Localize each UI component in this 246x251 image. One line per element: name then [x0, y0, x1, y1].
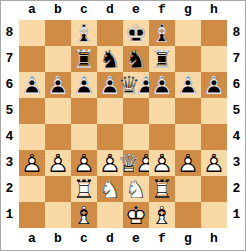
- white-pawn-glyph-fill: ♟: [71, 150, 97, 176]
- square-b3: ♟♙: [45, 150, 71, 176]
- white-knight-glyph-outline: ♘: [97, 176, 123, 202]
- square-d8: [97, 20, 123, 46]
- black-pawn-glyph-outline: ♙: [175, 72, 201, 98]
- file-label-e: e: [123, 229, 149, 249]
- white-pawn-glyph-outline: ♙: [19, 150, 45, 176]
- black-pawn: ♟♙: [201, 72, 227, 98]
- black-pawn-glyph-fill: ♟: [19, 72, 45, 98]
- white-pawn-glyph-fill: ♟: [201, 150, 227, 176]
- rank-labels-left: 87654321: [1, 20, 18, 228]
- square-h3: ♟♙: [201, 150, 227, 176]
- white-pawn: ♟♙: [19, 150, 45, 176]
- square-g3: ♟♙: [175, 150, 201, 176]
- chess-diagram: abcdefgh 87654321 87654321 abcdefgh ♝♗♚♔…: [0, 0, 246, 251]
- black-pawn: ♟♙: [45, 72, 71, 98]
- white-rook-glyph-fill: ♜: [149, 176, 175, 202]
- rank-label-7: 7: [228, 46, 245, 72]
- square-b6: ♟♙: [45, 72, 71, 98]
- square-g1: [175, 202, 201, 228]
- square-e4: [123, 124, 149, 150]
- rank-label-8: 8: [228, 20, 245, 46]
- rank-label-5: 5: [1, 98, 18, 124]
- white-rook-glyph-fill: ♜: [71, 176, 97, 202]
- square-e1: ♚♔: [123, 202, 149, 228]
- rank-label-1: 1: [1, 202, 18, 228]
- square-e8: ♚♔: [123, 20, 149, 46]
- black-bishop-glyph-fill: ♝: [71, 20, 97, 46]
- black-pawn-glyph-fill: ♟: [149, 72, 175, 98]
- white-rook-glyph-outline: ♖: [71, 176, 97, 202]
- rank-label-2: 2: [228, 176, 245, 202]
- black-bishop-glyph-fill: ♝: [149, 20, 175, 46]
- white-pawn-glyph-outline: ♙: [201, 150, 227, 176]
- square-h4: [201, 124, 227, 150]
- file-label-a: a: [19, 1, 45, 19]
- black-pawn: ♟♙: [19, 72, 45, 98]
- square-e3: ♛♕♟♙: [123, 150, 149, 176]
- square-c1: ♝♗: [71, 202, 97, 228]
- square-c7: ♜♖: [71, 46, 97, 72]
- square-g4: [175, 124, 201, 150]
- white-pawn: ♟♙: [149, 150, 175, 176]
- file-labels-bottom: abcdefgh: [19, 229, 227, 249]
- square-f7: ♜♖: [149, 46, 175, 72]
- square-e2: ♞♘: [123, 176, 149, 202]
- black-pawn-glyph-outline: ♙: [149, 72, 175, 98]
- black-knight-glyph-fill: ♞: [123, 46, 149, 72]
- white-rook: ♜♖: [71, 176, 97, 202]
- square-b2: [45, 176, 71, 202]
- black-pawn: ♟♙: [71, 72, 97, 98]
- black-rook: ♜♖: [149, 46, 175, 72]
- square-d7: ♞♘: [97, 46, 123, 72]
- square-b7: [45, 46, 71, 72]
- square-a4: [19, 124, 45, 150]
- black-pawn: ♟♙: [175, 72, 201, 98]
- square-f5: [149, 98, 175, 124]
- square-a8: [19, 20, 45, 46]
- square-c2: ♜♖: [71, 176, 97, 202]
- rank-label-4: 4: [228, 124, 245, 150]
- white-bishop-glyph-fill: ♝: [149, 202, 175, 228]
- rank-label-8: 8: [1, 20, 18, 46]
- square-f2: ♜♖: [149, 176, 175, 202]
- square-h5: [201, 98, 227, 124]
- white-rook: ♜♖: [149, 176, 175, 202]
- square-d4: [97, 124, 123, 150]
- white-knight: ♞♘: [123, 176, 149, 202]
- file-label-d: d: [97, 1, 123, 19]
- rank-label-2: 2: [1, 176, 18, 202]
- square-b4: [45, 124, 71, 150]
- white-pawn: ♟♙: [175, 150, 201, 176]
- rank-label-6: 6: [1, 72, 18, 98]
- square-d1: [97, 202, 123, 228]
- square-g7: [175, 46, 201, 72]
- white-bishop-glyph-outline: ♗: [71, 202, 97, 228]
- black-pawn-glyph-outline: ♙: [201, 72, 227, 98]
- white-knight-glyph-fill: ♞: [123, 176, 149, 202]
- rank-label-3: 3: [228, 150, 245, 176]
- black-knight: ♞♘: [123, 46, 149, 72]
- white-pawn-glyph-outline: ♙: [149, 150, 175, 176]
- black-rook-glyph-outline: ♖: [149, 46, 175, 72]
- file-label-c: c: [71, 229, 97, 249]
- black-bishop-glyph-outline: ♗: [149, 20, 175, 46]
- white-knight: ♞♘: [97, 176, 123, 202]
- square-e7: ♞♘: [123, 46, 149, 72]
- file-label-h: h: [201, 229, 227, 249]
- white-pawn-glyph-outline: ♙: [45, 150, 71, 176]
- black-pawn-glyph-fill: ♟: [71, 72, 97, 98]
- square-c5: [71, 98, 97, 124]
- square-f1: ♝♗: [149, 202, 175, 228]
- white-king-glyph-fill: ♚: [123, 202, 149, 228]
- white-pawn-glyph-fill: ♟: [19, 150, 45, 176]
- chess-board: ♝♗♚♔♝♗♜♖♞♘♞♘♜♖♟♙♟♙♟♙♟♙♛♕♟♙♟♙♟♙♟♙♟♙♟♙♟♙♟♙…: [19, 20, 227, 228]
- white-pawn-glyph-outline: ♙: [71, 150, 97, 176]
- white-pawn-glyph-outline: ♙: [175, 150, 201, 176]
- black-pawn: ♟♙: [149, 72, 175, 98]
- square-c4: [71, 124, 97, 150]
- square-h7: [201, 46, 227, 72]
- black-king-glyph-outline: ♔: [123, 20, 149, 46]
- square-e5: [123, 98, 149, 124]
- white-bishop-glyph-fill: ♝: [71, 202, 97, 228]
- white-knight-glyph-fill: ♞: [97, 176, 123, 202]
- square-a6: ♟♙: [19, 72, 45, 98]
- white-bishop-glyph-outline: ♗: [149, 202, 175, 228]
- square-d2: ♞♘: [97, 176, 123, 202]
- white-bishop: ♝♗: [149, 202, 175, 228]
- black-pawn-glyph-outline: ♙: [45, 72, 71, 98]
- black-rook-glyph-outline: ♖: [71, 46, 97, 72]
- file-label-f: f: [149, 1, 175, 19]
- white-rook-glyph-outline: ♖: [149, 176, 175, 202]
- square-h6: ♟♙: [201, 72, 227, 98]
- black-rook-glyph-fill: ♜: [71, 46, 97, 72]
- white-pawn: ♟♙: [71, 150, 97, 176]
- black-knight: ♞♘: [97, 46, 123, 72]
- square-h2: [201, 176, 227, 202]
- square-d5: [97, 98, 123, 124]
- white-pawn: ♟♙: [201, 150, 227, 176]
- square-a5: [19, 98, 45, 124]
- black-knight-glyph-outline: ♘: [97, 46, 123, 72]
- file-label-f: f: [149, 229, 175, 249]
- black-pawn-glyph-outline: ♙: [71, 72, 97, 98]
- rank-label-1: 1: [228, 202, 245, 228]
- square-b5: [45, 98, 71, 124]
- file-label-c: c: [71, 1, 97, 19]
- square-f8: ♝♗: [149, 20, 175, 46]
- rank-labels-right: 87654321: [228, 20, 245, 228]
- square-g5: [175, 98, 201, 124]
- black-bishop-glyph-outline: ♗: [71, 20, 97, 46]
- square-g6: ♟♙: [175, 72, 201, 98]
- square-b8: [45, 20, 71, 46]
- square-c3: ♟♙: [71, 150, 97, 176]
- square-h1: [201, 202, 227, 228]
- black-pawn-glyph-fill: ♟: [201, 72, 227, 98]
- white-king-glyph-outline: ♔: [123, 202, 149, 228]
- white-pawn-glyph-fill: ♟: [149, 150, 175, 176]
- rank-label-6: 6: [228, 72, 245, 98]
- square-a7: [19, 46, 45, 72]
- square-b1: [45, 202, 71, 228]
- black-king: ♚♔: [123, 20, 149, 46]
- rank-label-5: 5: [228, 98, 245, 124]
- white-pawn: ♟♙: [45, 150, 71, 176]
- square-a2: [19, 176, 45, 202]
- black-king-glyph-fill: ♚: [123, 20, 149, 46]
- file-label-a: a: [19, 229, 45, 249]
- black-rook-glyph-fill: ♜: [149, 46, 175, 72]
- file-label-b: b: [45, 229, 71, 249]
- black-knight-glyph-outline: ♘: [123, 46, 149, 72]
- white-bishop: ♝♗: [71, 202, 97, 228]
- square-f3: ♟♙: [149, 150, 175, 176]
- file-label-g: g: [175, 229, 201, 249]
- file-labels-top: abcdefgh: [19, 1, 227, 19]
- white-pawn-glyph-fill: ♟: [45, 150, 71, 176]
- square-a3: ♟♙: [19, 150, 45, 176]
- file-label-e: e: [123, 1, 149, 19]
- rank-label-4: 4: [1, 124, 18, 150]
- square-f6: ♟♙: [149, 72, 175, 98]
- black-pawn-glyph-outline: ♙: [19, 72, 45, 98]
- square-c8: ♝♗: [71, 20, 97, 46]
- file-label-h: h: [201, 1, 227, 19]
- file-label-d: d: [97, 229, 123, 249]
- rank-label-7: 7: [1, 46, 18, 72]
- black-pawn-glyph-fill: ♟: [45, 72, 71, 98]
- white-king: ♚♔: [123, 202, 149, 228]
- black-pawn-glyph-fill: ♟: [175, 72, 201, 98]
- square-a1: [19, 202, 45, 228]
- file-label-g: g: [175, 1, 201, 19]
- square-e6: ♛♕♟♙: [123, 72, 149, 98]
- file-label-b: b: [45, 1, 71, 19]
- white-knight-glyph-outline: ♘: [123, 176, 149, 202]
- square-g8: [175, 20, 201, 46]
- square-f4: [149, 124, 175, 150]
- black-rook: ♜♖: [71, 46, 97, 72]
- black-knight-glyph-fill: ♞: [97, 46, 123, 72]
- square-h8: [201, 20, 227, 46]
- black-bishop: ♝♗: [71, 20, 97, 46]
- rank-label-3: 3: [1, 150, 18, 176]
- white-pawn-glyph-fill: ♟: [175, 150, 201, 176]
- square-c6: ♟♙: [71, 72, 97, 98]
- square-g2: [175, 176, 201, 202]
- black-bishop: ♝♗: [149, 20, 175, 46]
